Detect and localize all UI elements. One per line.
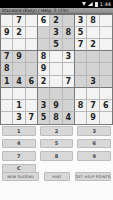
cell-r6c7[interactable]: [75, 76, 87, 88]
cell-r6c5[interactable]: [50, 76, 62, 88]
cell-r2c1[interactable]: 9: [1, 27, 13, 39]
cell-r1c6[interactable]: [63, 15, 75, 27]
cell-r5c3[interactable]: [26, 63, 38, 75]
cell-r9c7[interactable]: [75, 112, 87, 124]
cell-r4c5[interactable]: [50, 51, 62, 63]
cell-r8c7[interactable]: 8: [75, 100, 87, 112]
cell-r1c4[interactable]: 6: [38, 15, 50, 27]
battery-icon: [95, 2, 98, 7]
cell-r4c9[interactable]: [100, 51, 112, 63]
cell-r8c1[interactable]: [1, 100, 13, 112]
cell-r4c7[interactable]: [75, 51, 87, 63]
key-9[interactable]: 9: [77, 151, 111, 161]
cell-r5c7[interactable]: [75, 63, 87, 75]
cell-r8c4[interactable]: 3: [38, 100, 50, 112]
cell-r5c6[interactable]: [63, 63, 75, 75]
cell-r6c9[interactable]: [100, 76, 112, 88]
status-bar: 1:44: [0, 0, 113, 8]
cell-r4c8[interactable]: [87, 51, 99, 63]
cell-r9c5[interactable]: 8: [50, 112, 62, 124]
cell-r9c4[interactable]: 5: [38, 112, 50, 124]
cell-r3c8[interactable]: 2: [87, 39, 99, 51]
signal-icon: [88, 2, 93, 6]
key-5[interactable]: 5: [40, 139, 74, 149]
cell-r6c6[interactable]: 7: [63, 76, 75, 88]
status-clock: 1:44: [100, 0, 111, 8]
number-keypad: 123456789C: [2, 126, 111, 173]
cell-r7c1[interactable]: [1, 88, 13, 100]
cell-r1c3[interactable]: [26, 15, 38, 27]
cell-r6c8[interactable]: 3: [87, 76, 99, 88]
cell-r4c3[interactable]: [26, 51, 38, 63]
cell-r9c6[interactable]: 4: [63, 112, 75, 124]
cell-r3c4[interactable]: [38, 39, 50, 51]
cell-r3c6[interactable]: [63, 39, 75, 51]
cell-r8c6[interactable]: [63, 100, 75, 112]
cell-r8c9[interactable]: 6: [100, 100, 112, 112]
cell-r4c6[interactable]: 3: [63, 51, 75, 63]
key-2[interactable]: 2: [40, 126, 74, 136]
app-screen: 1:44 Standard (Easy) | Help: 5 (1%) 7623…: [0, 0, 113, 200]
cell-r2c2[interactable]: 2: [13, 27, 25, 39]
cell-r2c6[interactable]: 8: [63, 27, 75, 39]
cell-r2c4[interactable]: [38, 27, 50, 39]
cell-r8c2[interactable]: 1: [13, 100, 25, 112]
cell-r3c7[interactable]: 7: [75, 39, 87, 51]
key-4[interactable]: 4: [2, 139, 36, 149]
wifi-icon: [82, 2, 86, 6]
cell-r8c3[interactable]: [26, 100, 38, 112]
cell-r8c5[interactable]: 9: [50, 100, 62, 112]
cell-r4c1[interactable]: 7: [1, 51, 13, 63]
cell-r7c6[interactable]: [63, 88, 75, 100]
cell-r5c8[interactable]: [87, 63, 99, 75]
cell-r1c2[interactable]: 7: [13, 15, 25, 27]
cell-r9c1[interactable]: [1, 112, 13, 124]
cell-r2c7[interactable]: 5: [75, 27, 87, 39]
cell-r7c8[interactable]: [87, 88, 99, 100]
cell-r6c4[interactable]: 2: [38, 76, 50, 88]
new-sudoku-button[interactable]: NEW SUDOKU: [2, 172, 39, 181]
cell-r3c5[interactable]: 5: [50, 39, 62, 51]
key-3[interactable]: 3: [77, 126, 111, 136]
cell-r1c5[interactable]: 2: [50, 15, 62, 27]
cell-r6c3[interactable]: 6: [26, 76, 38, 88]
cell-r5c1[interactable]: 8: [1, 63, 13, 75]
cell-r3c1[interactable]: [1, 39, 13, 51]
cell-r7c7[interactable]: [75, 88, 87, 100]
cell-r7c9[interactable]: [100, 88, 112, 100]
cell-r1c8[interactable]: 8: [87, 15, 99, 27]
key-8[interactable]: 8: [40, 151, 74, 161]
action-bar: NEW SUDOKU HINT GET HELP POINTS: [2, 172, 111, 181]
cell-r2c5[interactable]: 3: [50, 27, 62, 39]
cell-r9c8[interactable]: 9: [87, 112, 99, 124]
cell-r3c9[interactable]: [100, 39, 112, 51]
cell-r5c2[interactable]: [13, 63, 25, 75]
key-1[interactable]: 1: [2, 126, 36, 136]
cell-r1c9[interactable]: [100, 15, 112, 27]
cell-r1c7[interactable]: 3: [75, 15, 87, 27]
key-6[interactable]: 6: [77, 139, 111, 149]
cell-r4c2[interactable]: 9: [13, 51, 25, 63]
cell-r2c3[interactable]: [26, 27, 38, 39]
cell-r4c4[interactable]: 8: [38, 51, 50, 63]
get-help-points-button[interactable]: GET HELP POINTS: [75, 172, 111, 181]
cell-r6c2[interactable]: 4: [13, 76, 25, 88]
cell-r1c1[interactable]: [1, 15, 13, 27]
cell-r3c3[interactable]: [26, 39, 38, 51]
cell-r7c3[interactable]: [26, 88, 38, 100]
cell-r9c2[interactable]: 3: [13, 112, 25, 124]
cell-r2c9[interactable]: [100, 27, 112, 39]
cell-r5c4[interactable]: 9: [38, 63, 50, 75]
cell-r9c3[interactable]: 7: [26, 112, 38, 124]
hint-button[interactable]: HINT: [44, 172, 69, 181]
cell-r3c2[interactable]: [13, 39, 25, 51]
cell-r6c1[interactable]: 1: [1, 76, 13, 88]
cell-r5c9[interactable]: [100, 63, 112, 75]
cell-r7c2[interactable]: [13, 88, 25, 100]
game-status-text: Standard (Easy) | Help: 5 (1%): [2, 8, 69, 13]
cell-r8c8[interactable]: 7: [87, 100, 99, 112]
key-7[interactable]: 7: [2, 151, 36, 161]
sudoku-board: 7623892385572798389146273139876375849: [0, 14, 113, 125]
cell-r2c8[interactable]: [87, 27, 99, 39]
cell-r5c5[interactable]: [50, 63, 62, 75]
cell-r7c5[interactable]: [50, 88, 62, 100]
cell-r7c4[interactable]: [38, 88, 50, 100]
cell-r9c9[interactable]: [100, 112, 112, 124]
